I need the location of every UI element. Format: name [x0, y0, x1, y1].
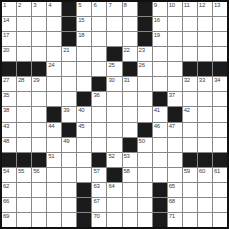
clue-number-20: 20: [3, 47, 9, 53]
black-cell-r5c14: [198, 62, 212, 76]
cell-r1c12[interactable]: 10: [168, 2, 182, 16]
clue-number-48: 48: [3, 138, 9, 144]
cell-r8c10[interactable]: [138, 107, 152, 121]
cell-r1c6[interactable]: 5: [77, 2, 91, 16]
cell-r2c8[interactable]: [107, 17, 121, 31]
cell-r13c3[interactable]: [32, 183, 46, 197]
cell-r4c1[interactable]: 20: [2, 47, 16, 61]
cell-r9c13[interactable]: [183, 123, 197, 137]
black-cell-r4c8: [107, 47, 121, 61]
black-cell-r11c13: [183, 153, 197, 167]
black-cell-r13c11: [153, 183, 167, 197]
cell-r1c7[interactable]: 6: [92, 2, 106, 16]
clue-number-22: 22: [124, 47, 130, 53]
clue-number-16: 16: [154, 17, 160, 23]
cell-r9c3[interactable]: [32, 123, 46, 137]
cell-r9c1[interactable]: 43: [2, 123, 16, 137]
clue-number-71: 71: [169, 213, 175, 219]
cell-r2c2[interactable]: [17, 17, 31, 31]
black-cell-r3c5: [62, 32, 76, 46]
clue-number-35: 35: [3, 92, 9, 98]
black-cell-r11c1: [2, 153, 16, 167]
clue-number-11: 11: [184, 2, 190, 8]
cell-r9c2[interactable]: [17, 123, 31, 137]
clue-number-14: 14: [3, 17, 9, 23]
clue-number-56: 56: [33, 168, 39, 174]
cell-r8c7[interactable]: [92, 107, 106, 121]
clue-number-10: 10: [169, 2, 175, 8]
clue-number-52: 52: [108, 153, 114, 159]
cell-r13c5[interactable]: [62, 183, 76, 197]
cell-r11c10[interactable]: [138, 153, 152, 167]
cell-r10c7[interactable]: [92, 138, 106, 152]
black-cell-r2c5: [62, 17, 76, 31]
cell-r2c9[interactable]: [123, 17, 137, 31]
cell-r15c8[interactable]: [107, 213, 121, 227]
cell-r15c4[interactable]: [47, 213, 61, 227]
clue-number-24: 24: [48, 62, 54, 68]
cell-r12c6[interactable]: [77, 168, 91, 182]
cell-r2c13[interactable]: [183, 17, 197, 31]
cell-r2c3[interactable]: [32, 17, 46, 31]
cell-r3c6[interactable]: 18: [77, 32, 91, 46]
cell-r5c8[interactable]: 25: [107, 62, 121, 76]
cell-r12c4[interactable]: [47, 168, 61, 182]
cell-r6c13[interactable]: 32: [183, 77, 197, 91]
crossword-board: 1234567891011121314151617181920212223242…: [0, 0, 229, 229]
cell-r7c15[interactable]: [213, 92, 227, 106]
cell-r14c9[interactable]: [123, 198, 137, 212]
clue-number-17: 17: [3, 32, 9, 38]
clue-number-6: 6: [93, 2, 96, 8]
cell-r1c2[interactable]: 2: [17, 2, 31, 16]
cell-r9c9[interactable]: [123, 123, 137, 137]
clue-number-55: 55: [18, 168, 24, 174]
clue-number-19: 19: [154, 32, 160, 38]
cell-r6c4[interactable]: [47, 77, 61, 91]
cell-r4c2[interactable]: [17, 47, 31, 61]
black-cell-r15c11: [153, 213, 167, 227]
cell-r4c15[interactable]: [213, 47, 227, 61]
black-cell-r8c4: [47, 107, 61, 121]
cell-r6c10[interactable]: [138, 77, 152, 91]
cell-r9c8[interactable]: [107, 123, 121, 137]
clue-number-42: 42: [184, 107, 190, 113]
cell-r3c7[interactable]: [92, 32, 106, 46]
clue-number-23: 23: [139, 47, 145, 53]
cell-r2c11[interactable]: 16: [153, 17, 167, 31]
cell-r15c5[interactable]: [62, 213, 76, 227]
cell-r8c9[interactable]: [123, 107, 137, 121]
clue-number-36: 36: [93, 92, 99, 98]
cell-r12c5[interactable]: [62, 168, 76, 182]
cell-r4c12[interactable]: [168, 47, 182, 61]
clue-number-59: 59: [184, 168, 190, 174]
cell-r8c14[interactable]: [198, 107, 212, 121]
clue-number-70: 70: [93, 213, 99, 219]
cell-r15c7[interactable]: 70: [92, 213, 106, 227]
cell-r11c11[interactable]: [153, 153, 167, 167]
black-cell-r1c10: [138, 2, 152, 16]
cell-r10c10[interactable]: 50: [138, 138, 152, 152]
cell-r6c1[interactable]: 27: [2, 77, 16, 91]
clue-number-27: 27: [3, 77, 9, 83]
cell-r10c1[interactable]: 48: [2, 138, 16, 152]
cell-r11c9[interactable]: 53: [123, 153, 137, 167]
cell-r3c8[interactable]: [107, 32, 121, 46]
cell-r7c9[interactable]: [123, 92, 137, 106]
cell-r15c13[interactable]: [183, 213, 197, 227]
clue-number-60: 60: [199, 168, 205, 174]
clue-number-30: 30: [108, 77, 114, 83]
cell-r10c15[interactable]: [213, 138, 227, 152]
clue-number-2: 2: [18, 2, 21, 8]
cell-r11c6[interactable]: [77, 153, 91, 167]
clue-number-47: 47: [169, 123, 175, 129]
cell-r13c8[interactable]: 64: [107, 183, 121, 197]
cell-r5c10[interactable]: 26: [138, 62, 152, 76]
cell-r10c13[interactable]: [183, 138, 197, 152]
clue-number-65: 65: [169, 183, 175, 189]
black-cell-r1c5: [62, 2, 76, 16]
cell-r12c1[interactable]: 54: [2, 168, 16, 182]
clue-number-12: 12: [199, 2, 205, 8]
black-cell-r5c15: [213, 62, 227, 76]
cell-r9c15[interactable]: [213, 123, 227, 137]
cell-r13c14[interactable]: [198, 183, 212, 197]
cell-r1c11[interactable]: 9: [153, 2, 167, 16]
clue-number-67: 67: [93, 198, 99, 204]
cell-r10c6[interactable]: [77, 138, 91, 152]
cell-r2c12[interactable]: [168, 17, 182, 31]
cell-r3c3[interactable]: [32, 32, 46, 46]
cell-r1c14[interactable]: 12: [198, 2, 212, 16]
black-cell-r11c15: [213, 153, 227, 167]
black-cell-r15c6: [77, 213, 91, 227]
cell-r13c1[interactable]: 62: [2, 183, 16, 197]
cell-r14c1[interactable]: 66: [2, 198, 16, 212]
cell-r13c15[interactable]: [213, 183, 227, 197]
clue-number-9: 9: [154, 2, 157, 8]
clue-number-40: 40: [78, 107, 84, 113]
cell-r3c12[interactable]: [168, 32, 182, 46]
cell-r14c13[interactable]: [183, 198, 197, 212]
cell-r14c3[interactable]: [32, 198, 46, 212]
cell-r5c4[interactable]: 24: [47, 62, 61, 76]
cell-r13c4[interactable]: [47, 183, 61, 197]
cell-r15c14[interactable]: [198, 213, 212, 227]
cell-r1c3[interactable]: 3: [32, 2, 46, 16]
cell-r14c2[interactable]: [17, 198, 31, 212]
cell-r4c4[interactable]: [47, 47, 61, 61]
cell-r3c15[interactable]: [213, 32, 227, 46]
cell-r3c9[interactable]: [123, 32, 137, 46]
clue-number-1: 1: [3, 2, 6, 8]
cell-r12c13[interactable]: 59: [183, 168, 197, 182]
cell-r13c10[interactable]: [138, 183, 152, 197]
cell-r12c14[interactable]: 60: [198, 168, 212, 182]
cell-r12c7[interactable]: 57: [92, 168, 106, 182]
clue-number-18: 18: [78, 32, 84, 38]
clue-number-3: 3: [33, 2, 36, 8]
cell-r15c1[interactable]: 69: [2, 213, 16, 227]
clue-number-43: 43: [3, 123, 9, 129]
cell-r5c12[interactable]: [168, 62, 182, 76]
clue-number-58: 58: [124, 168, 130, 174]
cell-r2c7[interactable]: [92, 17, 106, 31]
cell-r5c5[interactable]: [62, 62, 76, 76]
black-cell-r14c11: [153, 198, 167, 212]
cell-r13c2[interactable]: [17, 183, 31, 197]
cell-r4c6[interactable]: [77, 47, 91, 61]
black-cell-r3c10: [138, 32, 152, 46]
cell-r14c4[interactable]: [47, 198, 61, 212]
clue-number-57: 57: [93, 168, 99, 174]
cell-r12c3[interactable]: 56: [32, 168, 46, 182]
cell-r6c6[interactable]: [77, 77, 91, 91]
cell-r12c2[interactable]: 55: [17, 168, 31, 182]
black-cell-r12c8: [107, 168, 121, 182]
black-cell-r10c9: [123, 138, 137, 152]
cell-r4c7[interactable]: [92, 47, 106, 61]
cell-r9c6[interactable]: 45: [77, 123, 91, 137]
clue-number-54: 54: [3, 168, 9, 174]
cell-r8c11[interactable]: 41: [153, 107, 167, 121]
cell-r5c11[interactable]: [153, 62, 167, 76]
clue-number-41: 41: [154, 107, 160, 113]
cell-r6c12[interactable]: [168, 77, 182, 91]
clue-number-39: 39: [63, 107, 69, 113]
clue-number-46: 46: [154, 123, 160, 129]
black-cell-r7c11: [153, 92, 167, 106]
black-cell-r11c2: [17, 153, 31, 167]
cell-r7c14[interactable]: [198, 92, 212, 106]
cell-r3c2[interactable]: [17, 32, 31, 46]
clue-number-34: 34: [214, 77, 220, 83]
cell-r2c6[interactable]: 15: [77, 17, 91, 31]
cell-r9c4[interactable]: 44: [47, 123, 61, 137]
cell-r8c2[interactable]: [17, 107, 31, 121]
cell-r6c8[interactable]: 30: [107, 77, 121, 91]
cell-r12c15[interactable]: 61: [213, 168, 227, 182]
cell-r6c14[interactable]: 33: [198, 77, 212, 91]
cell-r10c14[interactable]: [198, 138, 212, 152]
clue-number-62: 62: [3, 183, 9, 189]
cell-r10c2[interactable]: [17, 138, 31, 152]
cell-r14c8[interactable]: [107, 198, 121, 212]
clue-number-49: 49: [63, 138, 69, 144]
black-cell-r5c9: [123, 62, 137, 76]
clue-number-31: 31: [124, 77, 130, 83]
cell-r11c12[interactable]: [168, 153, 182, 167]
cell-r10c3[interactable]: [32, 138, 46, 152]
cell-r6c2[interactable]: 28: [17, 77, 31, 91]
cell-r15c15[interactable]: [213, 213, 227, 227]
cell-r6c15[interactable]: 34: [213, 77, 227, 91]
cell-r11c4[interactable]: 51: [47, 153, 61, 167]
cell-r8c8[interactable]: [107, 107, 121, 121]
cell-r15c12[interactable]: 71: [168, 213, 182, 227]
clue-number-15: 15: [78, 17, 84, 23]
black-cell-r7c6: [77, 92, 91, 106]
cell-r3c11[interactable]: 19: [153, 32, 167, 46]
black-cell-r5c1: [2, 62, 16, 76]
clue-number-28: 28: [18, 77, 24, 83]
clue-number-69: 69: [3, 213, 9, 219]
black-cell-r14c6: [77, 198, 91, 212]
cell-r4c9[interactable]: 22: [123, 47, 137, 61]
black-cell-r9c5: [62, 123, 76, 137]
cell-r6c11[interactable]: [153, 77, 167, 91]
clue-number-7: 7: [108, 2, 111, 8]
cell-r7c2[interactable]: [17, 92, 31, 106]
cell-r8c6[interactable]: 40: [77, 107, 91, 121]
black-cell-r13c6: [77, 183, 91, 197]
clue-number-44: 44: [48, 123, 54, 129]
clue-number-53: 53: [124, 153, 130, 159]
clue-number-38: 38: [3, 107, 9, 113]
cell-r4c3[interactable]: [32, 47, 46, 61]
cell-r3c4[interactable]: [47, 32, 61, 46]
cell-r11c5[interactable]: [62, 153, 76, 167]
cell-r10c5[interactable]: 49: [62, 138, 76, 152]
black-cell-r11c14: [198, 153, 212, 167]
cell-r3c13[interactable]: [183, 32, 197, 46]
cell-r1c8[interactable]: 7: [107, 2, 121, 16]
clue-number-29: 29: [33, 77, 39, 83]
black-cell-r11c7: [92, 153, 106, 167]
black-cell-r8c12: [168, 107, 182, 121]
cell-r6c9[interactable]: 31: [123, 77, 137, 91]
cell-r10c12[interactable]: [168, 138, 182, 152]
cell-r13c13[interactable]: [183, 183, 197, 197]
clue-number-68: 68: [169, 198, 175, 204]
clue-number-21: 21: [63, 47, 69, 53]
cell-r12c12[interactable]: [168, 168, 182, 182]
cell-r14c15[interactable]: [213, 198, 227, 212]
cell-r12c11[interactable]: [153, 168, 167, 182]
cell-r10c4[interactable]: [47, 138, 61, 152]
clue-number-4: 4: [48, 2, 51, 8]
cell-r2c15[interactable]: [213, 17, 227, 31]
clue-number-25: 25: [108, 62, 114, 68]
clue-number-37: 37: [169, 92, 175, 98]
cell-r1c13[interactable]: 11: [183, 2, 197, 16]
cell-r13c12[interactable]: 65: [168, 183, 182, 197]
cell-r15c3[interactable]: [32, 213, 46, 227]
clue-number-61: 61: [214, 168, 220, 174]
clue-number-50: 50: [139, 138, 145, 144]
clue-number-5: 5: [78, 2, 81, 8]
cell-r9c12[interactable]: 47: [168, 123, 182, 137]
cell-r14c5[interactable]: [62, 198, 76, 212]
cell-r7c4[interactable]: [47, 92, 61, 106]
clue-number-26: 26: [139, 62, 145, 68]
cell-r4c14[interactable]: [198, 47, 212, 61]
cell-r1c9[interactable]: 8: [123, 2, 137, 16]
cell-r13c9[interactable]: [123, 183, 137, 197]
cell-r3c14[interactable]: [198, 32, 212, 46]
cell-r15c9[interactable]: [123, 213, 137, 227]
cell-r5c6[interactable]: [77, 62, 91, 76]
cell-r14c7[interactable]: 67: [92, 198, 106, 212]
cell-r15c10[interactable]: [138, 213, 152, 227]
cell-r4c11[interactable]: [153, 47, 167, 61]
cell-r8c5[interactable]: 39: [62, 107, 76, 121]
clue-number-32: 32: [184, 77, 190, 83]
cell-r1c1[interactable]: 1: [2, 2, 16, 16]
cell-r8c13[interactable]: 42: [183, 107, 197, 121]
black-cell-r11c3: [32, 153, 46, 167]
cell-r3c1[interactable]: 17: [2, 32, 16, 46]
clue-number-66: 66: [3, 198, 9, 204]
cell-r10c8[interactable]: [107, 138, 121, 152]
cell-r12c10[interactable]: [138, 168, 152, 182]
clue-number-8: 8: [124, 2, 127, 8]
cell-r9c11[interactable]: 46: [153, 123, 167, 137]
cell-r6c3[interactable]: 29: [32, 77, 46, 91]
clue-number-63: 63: [93, 183, 99, 189]
black-cell-r5c2: [17, 62, 31, 76]
black-cell-r2c10: [138, 17, 152, 31]
cell-r13c7[interactable]: 63: [92, 183, 106, 197]
cell-r7c13[interactable]: [183, 92, 197, 106]
clue-number-33: 33: [199, 77, 205, 83]
cell-r10c11[interactable]: [153, 138, 167, 152]
cell-r7c1[interactable]: 35: [2, 92, 16, 106]
black-cell-r5c13: [183, 62, 197, 76]
cell-r5c7[interactable]: [92, 62, 106, 76]
cell-r4c13[interactable]: [183, 47, 197, 61]
clue-number-13: 13: [214, 2, 220, 8]
cell-r4c5[interactable]: 21: [62, 47, 76, 61]
black-cell-r6c7: [92, 77, 106, 91]
clue-number-45: 45: [78, 123, 84, 129]
cell-r2c4[interactable]: [47, 17, 61, 31]
cell-r7c7[interactable]: 36: [92, 92, 106, 106]
cell-r7c10[interactable]: [138, 92, 152, 106]
cell-r6c5[interactable]: [62, 77, 76, 91]
cell-r9c14[interactable]: [198, 123, 212, 137]
cell-r2c14[interactable]: [198, 17, 212, 31]
cell-r2c1[interactable]: 14: [2, 17, 16, 31]
cell-r7c12[interactable]: 37: [168, 92, 182, 106]
cell-r12c9[interactable]: 58: [123, 168, 137, 182]
cell-r1c15[interactable]: 13: [213, 2, 227, 16]
cell-r11c8[interactable]: 52: [107, 153, 121, 167]
cell-r14c10[interactable]: [138, 198, 152, 212]
cell-r9c7[interactable]: [92, 123, 106, 137]
cell-r8c3[interactable]: [32, 107, 46, 121]
cell-r14c14[interactable]: [198, 198, 212, 212]
black-cell-r9c10: [138, 123, 152, 137]
clue-number-64: 64: [108, 183, 114, 189]
cell-r7c8[interactable]: [107, 92, 121, 106]
black-cell-r5c3: [32, 62, 46, 76]
cell-r15c2[interactable]: [17, 213, 31, 227]
clue-number-51: 51: [48, 153, 54, 159]
cell-r7c5[interactable]: [62, 92, 76, 106]
cell-r1c4[interactable]: 4: [47, 2, 61, 16]
cell-r8c1[interactable]: 38: [2, 107, 16, 121]
cell-r8c15[interactable]: [213, 107, 227, 121]
cell-r7c3[interactable]: [32, 92, 46, 106]
cell-r4c10[interactable]: 23: [138, 47, 152, 61]
cell-r14c12[interactable]: 68: [168, 198, 182, 212]
